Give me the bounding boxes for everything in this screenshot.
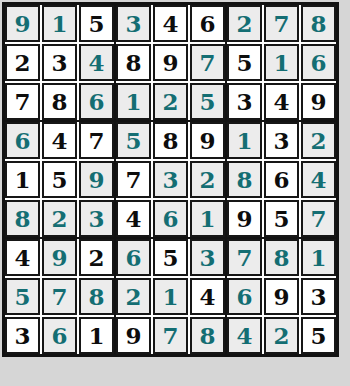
cell-r4c7[interactable]: 1 (227, 122, 262, 159)
cell-r9c7[interactable]: 4 (227, 317, 262, 354)
cell-r1c1[interactable]: 9 (5, 5, 40, 42)
cell-r2c4[interactable]: 8 (116, 44, 151, 81)
cell-r6c4[interactable]: 4 (116, 200, 151, 237)
cell-r8c7[interactable]: 6 (227, 278, 262, 315)
page-background: 9152347863468971252785163496471598235897… (0, 0, 350, 386)
cell-r5c9[interactable]: 4 (301, 161, 336, 198)
cell-r6c6[interactable]: 1 (190, 200, 225, 237)
cell-r2c8[interactable]: 1 (264, 44, 299, 81)
cell-r7c1[interactable]: 4 (5, 239, 40, 276)
cell-r9c9[interactable]: 5 (301, 317, 336, 354)
box-r3c2: 653214978 (116, 239, 225, 354)
cell-r1c5[interactable]: 4 (153, 5, 188, 42)
cell-r9c3[interactable]: 1 (79, 317, 114, 354)
cell-r4c6[interactable]: 9 (190, 122, 225, 159)
box-r2c3: 132864957 (227, 122, 336, 237)
cell-r7c4[interactable]: 6 (116, 239, 151, 276)
cell-r9c8[interactable]: 2 (264, 317, 299, 354)
box-r1c3: 278516349 (227, 5, 336, 120)
cell-r2c5[interactable]: 9 (153, 44, 188, 81)
cell-r6c8[interactable]: 5 (264, 200, 299, 237)
cell-r1c7[interactable]: 2 (227, 5, 262, 42)
cell-r1c4[interactable]: 3 (116, 5, 151, 42)
cell-r6c1[interactable]: 8 (5, 200, 40, 237)
cell-r5c6[interactable]: 2 (190, 161, 225, 198)
cell-r7c5[interactable]: 5 (153, 239, 188, 276)
cell-r8c4[interactable]: 2 (116, 278, 151, 315)
cell-r8c2[interactable]: 7 (42, 278, 77, 315)
cell-r4c5[interactable]: 8 (153, 122, 188, 159)
cell-r4c8[interactable]: 3 (264, 122, 299, 159)
cell-r5c5[interactable]: 3 (153, 161, 188, 198)
cell-r7c2[interactable]: 9 (42, 239, 77, 276)
cell-r4c1[interactable]: 6 (5, 122, 40, 159)
cell-r2c9[interactable]: 6 (301, 44, 336, 81)
cell-r3c3[interactable]: 6 (79, 83, 114, 120)
cell-r7c8[interactable]: 8 (264, 239, 299, 276)
cell-r2c1[interactable]: 2 (5, 44, 40, 81)
cell-r5c4[interactable]: 7 (116, 161, 151, 198)
cell-r8c3[interactable]: 8 (79, 278, 114, 315)
box-r1c2: 346897125 (116, 5, 225, 120)
cell-r3c9[interactable]: 9 (301, 83, 336, 120)
cell-r3c7[interactable]: 3 (227, 83, 262, 120)
cell-r6c5[interactable]: 6 (153, 200, 188, 237)
cell-r1c2[interactable]: 1 (42, 5, 77, 42)
cell-r4c9[interactable]: 2 (301, 122, 336, 159)
cell-r6c7[interactable]: 9 (227, 200, 262, 237)
cell-r1c9[interactable]: 8 (301, 5, 336, 42)
cell-r7c3[interactable]: 2 (79, 239, 114, 276)
cell-r7c7[interactable]: 7 (227, 239, 262, 276)
cell-r3c4[interactable]: 1 (116, 83, 151, 120)
box-r2c1: 647159823 (5, 122, 114, 237)
cell-r5c7[interactable]: 8 (227, 161, 262, 198)
box-r3c3: 781693425 (227, 239, 336, 354)
cell-r3c5[interactable]: 2 (153, 83, 188, 120)
cell-r9c6[interactable]: 8 (190, 317, 225, 354)
cell-r2c7[interactable]: 5 (227, 44, 262, 81)
sudoku-board: 9152347863468971252785163496471598235897… (2, 2, 339, 357)
cell-r6c3[interactable]: 3 (79, 200, 114, 237)
box-r2c2: 589732461 (116, 122, 225, 237)
cell-r9c4[interactable]: 9 (116, 317, 151, 354)
cell-r9c5[interactable]: 7 (153, 317, 188, 354)
cell-r8c5[interactable]: 1 (153, 278, 188, 315)
cell-r3c8[interactable]: 4 (264, 83, 299, 120)
cell-r5c2[interactable]: 5 (42, 161, 77, 198)
box-r3c1: 492578361 (5, 239, 114, 354)
cell-r1c8[interactable]: 7 (264, 5, 299, 42)
cell-r5c3[interactable]: 9 (79, 161, 114, 198)
cell-r1c3[interactable]: 5 (79, 5, 114, 42)
cell-r7c9[interactable]: 1 (301, 239, 336, 276)
cell-r8c8[interactable]: 9 (264, 278, 299, 315)
cell-r5c8[interactable]: 6 (264, 161, 299, 198)
cell-r2c6[interactable]: 7 (190, 44, 225, 81)
cell-r3c6[interactable]: 5 (190, 83, 225, 120)
cell-r7c6[interactable]: 3 (190, 239, 225, 276)
cell-r6c9[interactable]: 7 (301, 200, 336, 237)
cell-r3c1[interactable]: 7 (5, 83, 40, 120)
cell-r9c1[interactable]: 3 (5, 317, 40, 354)
cell-r8c9[interactable]: 3 (301, 278, 336, 315)
cell-r6c2[interactable]: 2 (42, 200, 77, 237)
cell-r2c2[interactable]: 3 (42, 44, 77, 81)
box-r1c1: 915234786 (5, 5, 114, 120)
cell-r8c6[interactable]: 4 (190, 278, 225, 315)
cell-r9c2[interactable]: 6 (42, 317, 77, 354)
cell-r3c2[interactable]: 8 (42, 83, 77, 120)
cell-r5c1[interactable]: 1 (5, 161, 40, 198)
cell-r2c3[interactable]: 4 (79, 44, 114, 81)
cell-r1c6[interactable]: 6 (190, 5, 225, 42)
cell-r4c4[interactable]: 5 (116, 122, 151, 159)
cell-r4c3[interactable]: 7 (79, 122, 114, 159)
cell-r8c1[interactable]: 5 (5, 278, 40, 315)
cell-r4c2[interactable]: 4 (42, 122, 77, 159)
